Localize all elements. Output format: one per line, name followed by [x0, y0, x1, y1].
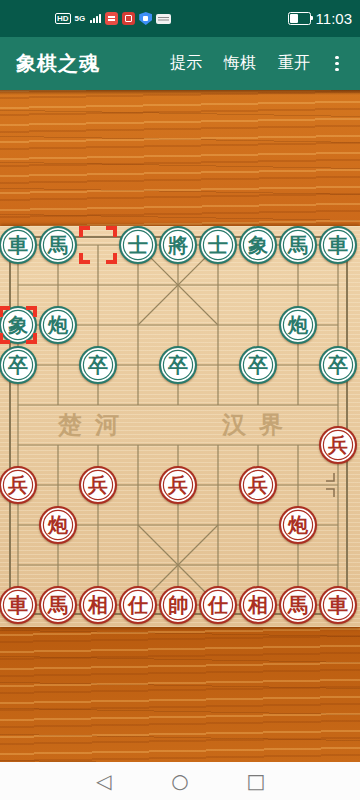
app-actions: 提示 悔棋 重开: [170, 53, 310, 74]
red-piece-炮[interactable]: 炮: [279, 506, 317, 544]
board-point-1-2[interactable]: [78, 265, 118, 305]
red-piece-仕[interactable]: 仕: [119, 586, 157, 624]
black-piece-炮[interactable]: 炮: [39, 306, 77, 344]
board-point-7-5[interactable]: [198, 505, 238, 545]
black-piece-馬[interactable]: 馬: [279, 226, 317, 264]
black-piece-車[interactable]: 車: [319, 226, 357, 264]
wood-background: 楚河 汉界 車馬士將士象馬車象炮炮卒卒卒卒卒兵兵兵兵兵炮炮車馬相仕帥仕相馬車: [0, 90, 360, 762]
board-point-2-1[interactable]: 炮: [38, 305, 78, 345]
red-piece-炮[interactable]: 炮: [39, 506, 77, 544]
board-point-1-3[interactable]: [118, 265, 158, 305]
red-piece-兵[interactable]: 兵: [159, 466, 197, 504]
board-point-8-8[interactable]: [318, 545, 358, 585]
black-piece-卒[interactable]: 卒: [239, 346, 277, 384]
black-piece-卒[interactable]: 卒: [79, 346, 117, 384]
black-piece-將[interactable]: 將: [159, 226, 197, 264]
board-point-6-0[interactable]: 兵: [0, 465, 38, 505]
board-point-3-5[interactable]: [198, 345, 238, 385]
board-point-5-6[interactable]: [238, 425, 278, 465]
status-bar: HD 5G 11:03: [0, 0, 360, 37]
board-point-0-7[interactable]: 馬: [278, 226, 318, 265]
board-point-2-7[interactable]: 炮: [278, 305, 318, 345]
home-icon[interactable]: ○: [169, 771, 191, 791]
board-point-0-2[interactable]: [78, 226, 118, 265]
board-point-3-0[interactable]: 卒: [0, 345, 38, 385]
board-point-2-6[interactable]: [238, 305, 278, 345]
board-point-7-7[interactable]: 炮: [278, 505, 318, 545]
phone-screen: HD 5G 11:03 象棋之魂 提示 悔棋 重开: [0, 0, 360, 800]
hd-badge-icon: HD: [55, 13, 71, 24]
board-point-8-3[interactable]: [118, 545, 158, 585]
red-piece-兵[interactable]: 兵: [79, 466, 117, 504]
board-point-9-5[interactable]: 仕: [198, 585, 238, 625]
board-point-9-1[interactable]: 馬: [38, 585, 78, 625]
black-piece-象[interactable]: 象: [0, 306, 37, 344]
black-piece-卒[interactable]: 卒: [0, 346, 37, 384]
black-piece-士[interactable]: 士: [119, 226, 157, 264]
board-point-4-2[interactable]: [78, 385, 118, 425]
board-point-7-2[interactable]: [78, 505, 118, 545]
board-point-8-4[interactable]: [158, 545, 198, 585]
board-point-9-6[interactable]: 相: [238, 585, 278, 625]
board-point-5-5[interactable]: [198, 425, 238, 465]
recents-icon[interactable]: □: [245, 771, 267, 791]
app-bar: 象棋之魂 提示 悔棋 重开: [0, 37, 360, 90]
board-point-4-0[interactable]: [0, 385, 38, 425]
board-point-4-4[interactable]: [158, 385, 198, 425]
black-piece-炮[interactable]: 炮: [279, 306, 317, 344]
board-point-5-3[interactable]: [118, 425, 158, 465]
red-piece-車[interactable]: 車: [0, 586, 37, 624]
board-point-2-3[interactable]: [118, 305, 158, 345]
board-point-4-5[interactable]: [198, 385, 238, 425]
board-point-0-8[interactable]: 車: [318, 226, 358, 265]
board-point-0-6[interactable]: 象: [238, 226, 278, 265]
board-point-9-0[interactable]: 車: [0, 585, 38, 625]
board-point-4-3[interactable]: [118, 385, 158, 425]
clock-text: 11:03: [316, 10, 352, 27]
black-piece-象[interactable]: 象: [239, 226, 277, 264]
board-point-8-1[interactable]: [38, 545, 78, 585]
app-title: 象棋之魂: [16, 50, 100, 77]
board-point-6-2[interactable]: 兵: [78, 465, 118, 505]
red-piece-車[interactable]: 車: [319, 586, 357, 624]
black-piece-車[interactable]: 車: [0, 226, 37, 264]
board-point-6-6[interactable]: 兵: [238, 465, 278, 505]
signal-strength-icon: [90, 14, 101, 23]
board-point-2-8[interactable]: [318, 305, 358, 345]
board-point-3-3[interactable]: [118, 345, 158, 385]
board-point-7-8[interactable]: [318, 505, 358, 545]
battery-icon: [288, 12, 311, 25]
board-point-9-3[interactable]: 仕: [118, 585, 158, 625]
board-point-8-7[interactable]: [278, 545, 318, 585]
board-point-2-2[interactable]: [78, 305, 118, 345]
board-point-5-7[interactable]: [278, 425, 318, 465]
board-point-0-4[interactable]: 將: [158, 226, 198, 265]
board-point-9-4[interactable]: 帥: [158, 585, 198, 625]
board-point-1-5[interactable]: [198, 265, 238, 305]
black-piece-士[interactable]: 士: [199, 226, 237, 264]
board-point-0-0[interactable]: 車: [0, 226, 38, 265]
red-piece-帥[interactable]: 帥: [159, 586, 197, 624]
black-piece-馬[interactable]: 馬: [39, 226, 77, 264]
mini-badge-icon: [156, 14, 171, 24]
board-point-8-2[interactable]: [78, 545, 118, 585]
status-icons-right: 11:03: [288, 0, 352, 37]
board-point-0-3[interactable]: 士: [118, 226, 158, 265]
board-point-3-2[interactable]: 卒: [78, 345, 118, 385]
board-point-6-1[interactable]: [38, 465, 78, 505]
red-piece-馬[interactable]: 馬: [279, 586, 317, 624]
board-point-1-7[interactable]: [278, 265, 318, 305]
board-point-1-8[interactable]: [318, 265, 358, 305]
board-point-1-1[interactable]: [38, 265, 78, 305]
board-point-2-0[interactable]: 象: [0, 305, 38, 345]
board-point-3-6[interactable]: 卒: [238, 345, 278, 385]
red-piece-仕[interactable]: 仕: [199, 586, 237, 624]
board-point-3-7[interactable]: [278, 345, 318, 385]
board-point-9-8[interactable]: 車: [318, 585, 358, 625]
board-point-0-5[interactable]: 士: [198, 226, 238, 265]
back-icon[interactable]: ◁: [93, 771, 115, 791]
board-point-8-5[interactable]: [198, 545, 238, 585]
shield-icon: [139, 12, 152, 25]
overflow-menu-icon[interactable]: [328, 54, 346, 74]
board-point-1-4[interactable]: [158, 265, 198, 305]
status-icons-left: HD 5G: [55, 0, 171, 37]
board-point-9-2[interactable]: 相: [78, 585, 118, 625]
board-point-8-0[interactable]: [0, 545, 38, 585]
board-point-7-6[interactable]: [238, 505, 278, 545]
board-point-2-4[interactable]: [158, 305, 198, 345]
board-point-4-8[interactable]: [318, 385, 358, 425]
board-point-4-1[interactable]: [38, 385, 78, 425]
header-shadow: [0, 90, 360, 95]
board-point-0-1[interactable]: 馬: [38, 226, 78, 265]
undo-move-button[interactable]: 悔棋: [224, 53, 256, 74]
board-point-5-8[interactable]: 兵: [318, 425, 358, 465]
xiangqi-board: 楚河 汉界 車馬士將士象馬車象炮炮卒卒卒卒卒兵兵兵兵兵炮炮車馬相仕帥仕相馬車: [0, 226, 360, 627]
board-point-3-8[interactable]: 卒: [318, 345, 358, 385]
board-point-5-0[interactable]: [0, 425, 38, 465]
board-point-1-0[interactable]: [0, 265, 38, 305]
red-piece-兵[interactable]: 兵: [0, 466, 37, 504]
board-point-3-4[interactable]: 卒: [158, 345, 198, 385]
red-piece-兵[interactable]: 兵: [239, 466, 277, 504]
board-point-1-6[interactable]: [238, 265, 278, 305]
black-piece-卒[interactable]: 卒: [159, 346, 197, 384]
board-point-3-1[interactable]: [38, 345, 78, 385]
board-point-6-7[interactable]: [278, 465, 318, 505]
red-piece-相[interactable]: 相: [239, 586, 277, 624]
red-piece-相[interactable]: 相: [79, 586, 117, 624]
network-type-label: 5G: [75, 14, 86, 23]
board-point-5-1[interactable]: [38, 425, 78, 465]
board-point-5-4[interactable]: [158, 425, 198, 465]
board-point-6-8[interactable]: [318, 465, 358, 505]
board-point-4-7[interactable]: [278, 385, 318, 425]
board-point-6-5[interactable]: [198, 465, 238, 505]
restart-button[interactable]: 重开: [278, 53, 310, 74]
notification-icon-red-1: [105, 12, 118, 25]
board-point-6-3[interactable]: [118, 465, 158, 505]
board-point-2-5[interactable]: [198, 305, 238, 345]
hint-button[interactable]: 提示: [170, 53, 202, 74]
red-piece-馬[interactable]: 馬: [39, 586, 77, 624]
board-point-7-0[interactable]: [0, 505, 38, 545]
board-point-9-7[interactable]: 馬: [278, 585, 318, 625]
board-point-5-2[interactable]: [78, 425, 118, 465]
red-piece-兵[interactable]: 兵: [319, 426, 357, 464]
board-point-4-6[interactable]: [238, 385, 278, 425]
board-point-7-1[interactable]: 炮: [38, 505, 78, 545]
notification-icon-red-2: [122, 12, 135, 25]
board-point-7-3[interactable]: [118, 505, 158, 545]
board-grid: 車馬士將士象馬車象炮炮卒卒卒卒卒兵兵兵兵兵炮炮車馬相仕帥仕相馬車: [0, 226, 358, 625]
board-point-6-4[interactable]: 兵: [158, 465, 198, 505]
board-point-7-4[interactable]: [158, 505, 198, 545]
nav-bar: ◁ ○ □: [0, 762, 360, 800]
black-piece-卒[interactable]: 卒: [319, 346, 357, 384]
board-point-8-6[interactable]: [238, 545, 278, 585]
